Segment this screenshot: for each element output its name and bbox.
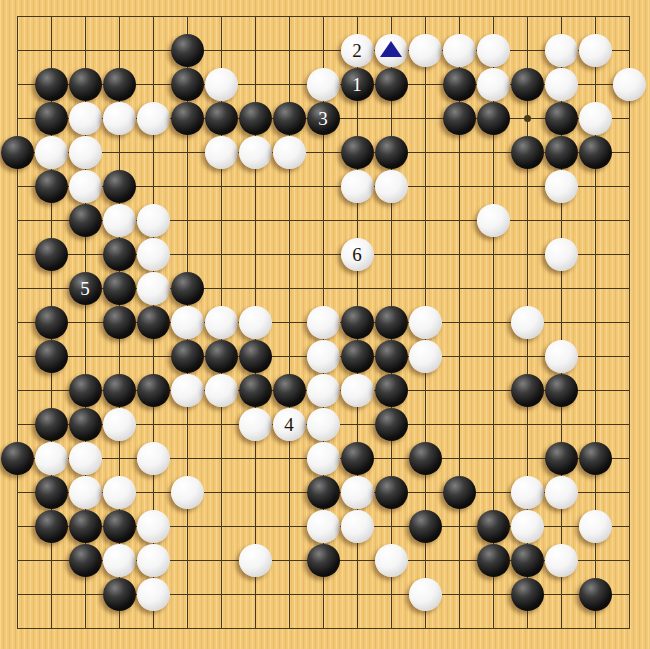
stone-black[interactable] — [103, 306, 136, 339]
stone-black[interactable] — [69, 374, 102, 407]
stone-black[interactable] — [103, 68, 136, 101]
stone-black[interactable] — [375, 408, 408, 441]
stone-white[interactable] — [137, 102, 170, 135]
stone-black[interactable] — [69, 408, 102, 441]
stone-white[interactable] — [103, 544, 136, 577]
stone-black[interactable] — [239, 340, 272, 373]
stone-black[interactable] — [341, 340, 374, 373]
stone-white[interactable] — [137, 272, 170, 305]
stone-black[interactable] — [307, 544, 340, 577]
stone-black[interactable] — [545, 136, 578, 169]
stone-white[interactable] — [205, 136, 238, 169]
stone-black[interactable] — [35, 102, 68, 135]
stone-white[interactable] — [307, 374, 340, 407]
stone-white[interactable] — [205, 374, 238, 407]
hoshi-point — [524, 115, 531, 122]
stone-white[interactable] — [273, 408, 306, 441]
stone-black[interactable] — [205, 102, 238, 135]
stone-white[interactable] — [579, 510, 612, 543]
stone-white[interactable] — [511, 306, 544, 339]
stone-white[interactable] — [137, 442, 170, 475]
stone-black[interactable] — [137, 306, 170, 339]
stone-black[interactable] — [69, 272, 102, 305]
stone-white[interactable] — [205, 306, 238, 339]
stone-white[interactable] — [69, 102, 102, 135]
stone-black[interactable] — [69, 204, 102, 237]
stone-black[interactable] — [35, 340, 68, 373]
stone-white[interactable] — [341, 34, 374, 67]
stone-black[interactable] — [579, 578, 612, 611]
stone-black[interactable] — [273, 102, 306, 135]
stone-black[interactable] — [239, 374, 272, 407]
stone-black[interactable] — [35, 306, 68, 339]
stone-black[interactable] — [103, 510, 136, 543]
stone-white[interactable] — [375, 34, 408, 67]
stone-white[interactable] — [545, 544, 578, 577]
stone-black[interactable] — [443, 68, 476, 101]
stone-black[interactable] — [375, 306, 408, 339]
stone-white[interactable] — [545, 68, 578, 101]
stone-black[interactable] — [579, 442, 612, 475]
stone-black[interactable] — [511, 136, 544, 169]
stone-white[interactable] — [137, 578, 170, 611]
stone-white[interactable] — [545, 34, 578, 67]
stone-black[interactable] — [171, 102, 204, 135]
stone-white[interactable] — [443, 34, 476, 67]
stone-white[interactable] — [341, 238, 374, 271]
stone-black[interactable] — [103, 374, 136, 407]
stone-white[interactable] — [409, 578, 442, 611]
stone-white[interactable] — [307, 340, 340, 373]
stone-white[interactable] — [239, 408, 272, 441]
stone-white[interactable] — [137, 510, 170, 543]
stone-white[interactable] — [273, 136, 306, 169]
stone-black[interactable] — [545, 442, 578, 475]
stone-black[interactable] — [171, 340, 204, 373]
stone-black[interactable] — [477, 102, 510, 135]
stone-white[interactable] — [341, 510, 374, 543]
stone-white[interactable] — [171, 374, 204, 407]
stone-white[interactable] — [545, 170, 578, 203]
stone-black[interactable] — [35, 476, 68, 509]
stone-black[interactable] — [341, 306, 374, 339]
stone-black[interactable] — [511, 544, 544, 577]
stone-white[interactable] — [69, 136, 102, 169]
stone-white[interactable] — [69, 476, 102, 509]
stone-black[interactable] — [443, 102, 476, 135]
stone-black[interactable] — [239, 102, 272, 135]
stone-white[interactable] — [137, 238, 170, 271]
stone-white[interactable] — [477, 204, 510, 237]
stone-white[interactable] — [477, 34, 510, 67]
stone-black[interactable] — [1, 442, 34, 475]
stone-white[interactable] — [409, 34, 442, 67]
stone-black[interactable] — [375, 374, 408, 407]
stone-white[interactable] — [341, 170, 374, 203]
stone-black[interactable] — [545, 102, 578, 135]
stone-white[interactable] — [613, 68, 646, 101]
stone-black[interactable] — [545, 374, 578, 407]
stone-black[interactable] — [477, 544, 510, 577]
stone-black[interactable] — [307, 476, 340, 509]
stone-white[interactable] — [511, 510, 544, 543]
stone-black[interactable] — [69, 510, 102, 543]
stone-black[interactable] — [137, 374, 170, 407]
stone-white[interactable] — [409, 340, 442, 373]
stone-white[interactable] — [239, 136, 272, 169]
stone-white[interactable] — [579, 102, 612, 135]
stone-black[interactable] — [103, 272, 136, 305]
stone-white[interactable] — [307, 442, 340, 475]
stone-white[interactable] — [103, 102, 136, 135]
stone-white[interactable] — [35, 442, 68, 475]
stone-black[interactable] — [375, 68, 408, 101]
stone-white[interactable] — [545, 476, 578, 509]
stone-white[interactable] — [477, 68, 510, 101]
stone-black[interactable] — [171, 34, 204, 67]
stone-white[interactable] — [307, 68, 340, 101]
stone-white[interactable] — [307, 408, 340, 441]
stone-black[interactable] — [35, 408, 68, 441]
stone-black[interactable] — [375, 340, 408, 373]
stone-black[interactable] — [35, 510, 68, 543]
stone-black[interactable] — [35, 68, 68, 101]
stone-black[interactable] — [103, 170, 136, 203]
stone-white[interactable] — [69, 170, 102, 203]
stone-black[interactable] — [477, 510, 510, 543]
stone-black[interactable] — [341, 136, 374, 169]
stone-black[interactable] — [409, 442, 442, 475]
stone-white[interactable] — [375, 170, 408, 203]
stone-black[interactable] — [511, 578, 544, 611]
stone-black[interactable] — [171, 272, 204, 305]
stone-black[interactable] — [273, 374, 306, 407]
stone-white[interactable] — [103, 408, 136, 441]
stone-white[interactable] — [579, 34, 612, 67]
stone-black[interactable] — [443, 476, 476, 509]
stone-white[interactable] — [35, 136, 68, 169]
stone-black[interactable] — [171, 68, 204, 101]
stone-white[interactable] — [307, 510, 340, 543]
stone-black[interactable] — [205, 340, 238, 373]
stone-white[interactable] — [375, 544, 408, 577]
stone-black[interactable] — [35, 238, 68, 271]
stone-white[interactable] — [545, 238, 578, 271]
stone-white[interactable] — [171, 476, 204, 509]
stone-black[interactable] — [511, 68, 544, 101]
stone-white[interactable] — [545, 340, 578, 373]
stone-white[interactable] — [137, 544, 170, 577]
stone-black[interactable] — [511, 374, 544, 407]
stone-white[interactable] — [409, 306, 442, 339]
stone-black[interactable] — [375, 476, 408, 509]
stone-black[interactable] — [1, 136, 34, 169]
stone-white[interactable] — [205, 68, 238, 101]
stone-white[interactable] — [137, 204, 170, 237]
stone-white[interactable] — [103, 476, 136, 509]
stone-black[interactable] — [103, 578, 136, 611]
stone-white[interactable] — [511, 476, 544, 509]
stone-black[interactable] — [409, 510, 442, 543]
go-board[interactable]: 123456 — [0, 0, 650, 649]
stone-black[interactable] — [69, 544, 102, 577]
stone-white[interactable] — [239, 306, 272, 339]
stone-white[interactable] — [307, 306, 340, 339]
stone-white[interactable] — [341, 374, 374, 407]
stone-black[interactable] — [307, 102, 340, 135]
stone-black[interactable] — [375, 136, 408, 169]
stone-white[interactable] — [103, 204, 136, 237]
stone-black[interactable] — [341, 68, 374, 101]
stone-black[interactable] — [341, 442, 374, 475]
stone-black[interactable] — [35, 170, 68, 203]
stone-white[interactable] — [69, 442, 102, 475]
stone-black[interactable] — [103, 238, 136, 271]
stone-white[interactable] — [239, 544, 272, 577]
stone-white[interactable] — [171, 306, 204, 339]
stone-white[interactable] — [341, 476, 374, 509]
stone-black[interactable] — [579, 136, 612, 169]
stone-black[interactable] — [69, 68, 102, 101]
